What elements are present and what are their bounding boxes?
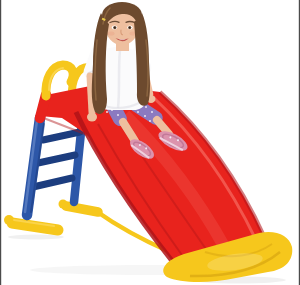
pupil: [129, 27, 130, 28]
right-hand: [87, 113, 97, 122]
right-forearm: [90, 76, 92, 112]
ski-shadow: [8, 235, 64, 240]
product-photo: [0, 0, 300, 285]
photo-stage: [0, 0, 300, 285]
pupil: [114, 27, 115, 28]
slide-scene: [0, 0, 300, 285]
far-ski-tip: [59, 200, 68, 209]
right-edge-line: [299, 0, 300, 285]
near-ski-tip: [4, 215, 14, 225]
blush: [108, 32, 115, 36]
left-edge-line: [0, 0, 1, 285]
far-ski-foot: [66, 206, 98, 212]
dress-fold: [118, 50, 120, 108]
